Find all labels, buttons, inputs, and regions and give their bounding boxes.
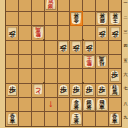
rank-label-4: 四 [123, 44, 128, 48]
star-point [43, 82, 45, 84]
piece-kanji: 飛 車 [99, 100, 104, 109]
piece-kanji: 歩 [111, 72, 118, 79]
piece-gote-歩兵-5四[interactable]: 歩 [58, 41, 68, 53]
piece-sente-銀将-3八[interactable]: 銀 将 [83, 98, 95, 111]
piece-sente-成銀-6一[interactable]: 成 銀 [45, 0, 56, 10]
piece-kanji: 龍 王 [86, 57, 91, 66]
board-gridline [6, 25, 121, 26]
rank-coordinate-labels: 一二三四五六七八九 [123, 0, 128, 125]
piece-gote-銀将-2二[interactable]: 銀 将 [96, 12, 108, 25]
piece-kanji: 香 車 [112, 114, 117, 123]
rank-label-3: 三 [123, 30, 128, 34]
board-gridline [6, 97, 121, 98]
star-point [82, 82, 84, 84]
piece-kanji: 香 車 [10, 114, 15, 123]
rank-label-9: 九 [123, 116, 128, 120]
piece-gote-歩兵-1三[interactable]: 歩 [110, 27, 120, 39]
board-gridline [6, 54, 121, 55]
piece-gote-歩兵-9三[interactable]: 歩 [7, 27, 17, 39]
rank-label-2: 二 [123, 16, 128, 20]
piece-kanji: 桂 馬 [112, 85, 117, 94]
rank-label-8: 八 [123, 102, 128, 106]
board-gridline [6, 40, 121, 41]
piece-kanji: 歩 [98, 29, 105, 36]
piece-gote-玉将-1二[interactable]: 玉 将 [109, 12, 121, 25]
piece-kanji: 歩 [9, 87, 16, 94]
piece-kanji: 金 将 [74, 100, 79, 109]
board-gridline [31, 0, 32, 126]
shogi-app-screen: 成 銀金 将銀 将玉 将歩龍 馬歩歩歩歩歩龍 王桂 馬歩歩と歩歩歩歩桂 馬金 将… [0, 0, 128, 128]
piece-sente-歩兵-9七[interactable]: 歩 [7, 84, 17, 96]
piece-gote-と金-7七[interactable]: と [33, 84, 43, 96]
rank-label-5: 五 [123, 59, 128, 63]
rank-label-1: 一 [123, 1, 128, 5]
piece-sente-歩兵-4七[interactable]: 歩 [71, 84, 81, 96]
piece-sente-歩兵-5七[interactable]: 歩 [58, 84, 68, 96]
piece-sente-飛車-2八[interactable]: 飛 車 [96, 98, 108, 111]
piece-gote-歩兵-2三[interactable]: 歩 [97, 27, 107, 39]
board-gridline [108, 0, 109, 126]
board-gridline [6, 111, 121, 112]
rank-label-7: 七 [123, 87, 128, 91]
piece-kanji: 歩 [73, 44, 80, 51]
piece-sente-歩兵-3七[interactable]: 歩 [84, 84, 94, 96]
board-gridline [6, 83, 121, 84]
piece-gote-歩兵-4四[interactable]: 歩 [71, 41, 81, 53]
board-gridline [18, 0, 19, 126]
piece-kanji: 歩 [111, 29, 118, 36]
piece-kanji: 龍 馬 [35, 28, 40, 37]
piece-sente-香車-1九[interactable]: 香 車 [109, 113, 120, 125]
piece-kanji: 歩 [86, 44, 93, 51]
piece-kanji: 銀 将 [99, 14, 104, 23]
piece-sente-桂馬-1七[interactable]: 桂 馬 [109, 84, 120, 96]
piece-kanji: 歩 [9, 29, 16, 36]
piece-sente-金将-4八[interactable]: 金 将 [70, 98, 82, 111]
piece-kanji: 歩 [60, 87, 67, 94]
piece-sente-歩兵-2七[interactable]: 歩 [97, 84, 107, 96]
board-gridline [6, 68, 121, 69]
piece-kanji: 金 将 [74, 14, 79, 23]
board-gridline [6, 11, 121, 12]
drop-arrow-icon: ↓ [44, 97, 57, 111]
piece-gote-桂馬-2五[interactable]: 桂 馬 [96, 55, 107, 67]
piece-kanji: と [34, 87, 41, 94]
piece-kanji: 玉 将 [112, 14, 117, 23]
piece-kanji: 歩 [86, 87, 93, 94]
piece-sente-香車-9九[interactable]: 香 車 [7, 113, 18, 125]
piece-kanji: 桂 馬 [99, 57, 104, 66]
piece-kanji: 成 銀 [48, 0, 53, 9]
piece-kanji: 玉 将 [74, 114, 79, 123]
star-point [43, 39, 45, 41]
piece-kanji: 歩 [98, 87, 105, 94]
piece-kanji: 歩 [60, 44, 67, 51]
shogi-board[interactable]: 成 銀金 将銀 将玉 将歩龍 馬歩歩歩歩歩龍 王桂 馬歩歩と歩歩歩歩桂 馬金 将… [5, 0, 122, 127]
board-gridline [95, 0, 96, 126]
piece-gote-龍馬-7三[interactable]: 龍 馬 [32, 26, 44, 39]
piece-kanji: 銀 将 [86, 100, 91, 109]
piece-gote-龍王-3五[interactable]: 龍 王 [83, 55, 95, 68]
piece-kanji: 歩 [73, 87, 80, 94]
rank-label-6: 六 [123, 73, 128, 77]
piece-gote-歩兵-3四[interactable]: 歩 [84, 41, 94, 53]
star-point [82, 39, 84, 41]
piece-sente-玉将-4九[interactable]: 玉 将 [70, 112, 82, 125]
piece-sente-歩兵-1六[interactable]: 歩 [110, 70, 120, 82]
